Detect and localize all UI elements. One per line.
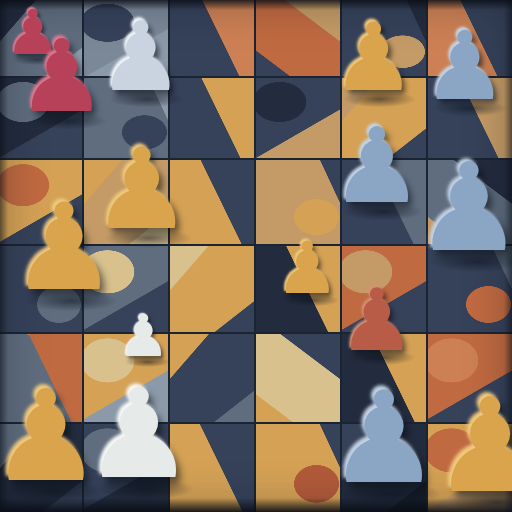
pawn-glyph: ♟ [422, 19, 507, 114]
pawn-glyph: ♟ [338, 277, 415, 363]
pawn-gold-d[interactable]: ♟ [275, 232, 340, 304]
pawn-gold-c[interactable]: ♟ [10, 188, 118, 308]
pawn-glyph: ♟ [17, 27, 107, 127]
pawn-gold-a[interactable]: ♟ [332, 10, 416, 104]
pieces-layer: ♟♟♟♟♟♟♟♟♟♟♟♟♟♟♟♟ [0, 0, 512, 512]
pawn-glyph: ♟ [10, 188, 118, 308]
pawn-terracotta[interactable]: ♟ [338, 277, 415, 363]
pawn-white-small[interactable]: ♟ [118, 307, 170, 365]
pawn-glyph: ♟ [275, 232, 340, 304]
artwork-canvas: Cubist patchwork chessboard painting wit… [0, 0, 512, 512]
pawn-glyph: ♟ [332, 10, 416, 104]
pawn-blue-c[interactable]: ♟ [414, 147, 512, 269]
pawn-glyph: ♟ [414, 147, 512, 269]
pawn-blue-a[interactable]: ♟ [422, 19, 507, 114]
pawn-gold-e[interactable]: ♟ [0, 374, 103, 500]
pawn-glyph: ♟ [327, 375, 441, 502]
pawn-silver[interactable]: ♟ [98, 9, 184, 105]
pawn-gold-f[interactable]: ♟ [432, 381, 512, 511]
pawn-blue-b[interactable]: ♟ [330, 114, 423, 218]
pawn-glyph: ♟ [0, 374, 103, 500]
pawn-glyph: ♟ [98, 9, 184, 105]
pawn-glyph: ♟ [330, 114, 423, 218]
pawn-red-front[interactable]: ♟ [17, 27, 107, 127]
pawn-glyph: ♟ [432, 381, 512, 511]
pawn-blue-d[interactable]: ♟ [327, 375, 441, 502]
pawn-glyph: ♟ [118, 307, 170, 365]
